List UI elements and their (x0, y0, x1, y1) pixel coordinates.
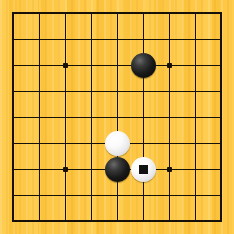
intersection-4-2[interactable] (78, 26, 104, 52)
intersection-7-8[interactable] (156, 182, 182, 208)
intersection-2-5[interactable] (26, 104, 52, 130)
intersection-5-2[interactable] (104, 26, 130, 52)
intersection-8-2[interactable] (182, 26, 208, 52)
intersection-1-6[interactable] (0, 130, 26, 156)
intersection-2-3[interactable] (26, 52, 52, 78)
intersection-3-1[interactable] (52, 0, 78, 26)
intersection-2-7[interactable] (26, 156, 52, 182)
intersection-5-3[interactable] (104, 52, 130, 78)
intersection-6-4[interactable] (130, 78, 156, 104)
intersection-5-5[interactable] (104, 104, 130, 130)
intersection-1-3[interactable] (0, 52, 26, 78)
intersection-9-7[interactable] (208, 156, 234, 182)
intersection-3-9[interactable] (52, 208, 78, 234)
intersection-3-3[interactable] (52, 52, 78, 78)
intersection-2-2[interactable] (26, 26, 52, 52)
intersection-2-1[interactable] (26, 0, 52, 26)
intersection-7-6[interactable] (156, 130, 182, 156)
intersection-4-9[interactable] (78, 208, 104, 234)
intersection-8-1[interactable] (182, 0, 208, 26)
intersection-8-9[interactable] (182, 208, 208, 234)
intersection-7-4[interactable] (156, 78, 182, 104)
intersection-9-5[interactable] (208, 104, 234, 130)
intersection-7-9[interactable] (156, 208, 182, 234)
intersection-1-5[interactable] (0, 104, 26, 130)
intersection-1-4[interactable] (0, 78, 26, 104)
intersection-7-2[interactable] (156, 26, 182, 52)
intersection-9-1[interactable] (208, 0, 234, 26)
star-point (63, 63, 68, 68)
intersection-5-9[interactable] (104, 208, 130, 234)
intersection-7-3[interactable] (156, 52, 182, 78)
white-stone (131, 157, 156, 182)
intersection-9-3[interactable] (208, 52, 234, 78)
intersection-4-6[interactable] (78, 130, 104, 156)
intersection-3-8[interactable] (52, 182, 78, 208)
go-board (0, 0, 234, 234)
intersection-8-6[interactable] (182, 130, 208, 156)
intersection-2-9[interactable] (26, 208, 52, 234)
intersection-1-1[interactable] (0, 0, 26, 26)
intersection-4-1[interactable] (78, 0, 104, 26)
last-move-marker (139, 165, 148, 174)
intersection-4-3[interactable] (78, 52, 104, 78)
intersection-6-2[interactable] (130, 26, 156, 52)
intersection-7-5[interactable] (156, 104, 182, 130)
intersection-3-6[interactable] (52, 130, 78, 156)
intersection-4-7[interactable] (78, 156, 104, 182)
board-intersections (0, 0, 234, 234)
intersection-6-5[interactable] (130, 104, 156, 130)
intersection-8-4[interactable] (182, 78, 208, 104)
intersection-6-7[interactable] (130, 156, 156, 182)
intersection-2-4[interactable] (26, 78, 52, 104)
intersection-7-1[interactable] (156, 0, 182, 26)
intersection-1-9[interactable] (0, 208, 26, 234)
intersection-3-2[interactable] (52, 26, 78, 52)
intersection-3-4[interactable] (52, 78, 78, 104)
intersection-5-4[interactable] (104, 78, 130, 104)
black-stone (105, 157, 130, 182)
intersection-6-1[interactable] (130, 0, 156, 26)
intersection-4-4[interactable] (78, 78, 104, 104)
intersection-5-7[interactable] (104, 156, 130, 182)
intersection-5-1[interactable] (104, 0, 130, 26)
intersection-8-5[interactable] (182, 104, 208, 130)
intersection-2-8[interactable] (26, 182, 52, 208)
intersection-7-7[interactable] (156, 156, 182, 182)
intersection-5-8[interactable] (104, 182, 130, 208)
intersection-9-9[interactable] (208, 208, 234, 234)
intersection-6-8[interactable] (130, 182, 156, 208)
intersection-4-8[interactable] (78, 182, 104, 208)
intersection-1-8[interactable] (0, 182, 26, 208)
intersection-9-4[interactable] (208, 78, 234, 104)
intersection-6-3[interactable] (130, 52, 156, 78)
intersection-6-9[interactable] (130, 208, 156, 234)
intersection-3-7[interactable] (52, 156, 78, 182)
intersection-5-6[interactable] (104, 130, 130, 156)
intersection-8-3[interactable] (182, 52, 208, 78)
white-stone (105, 131, 130, 156)
intersection-2-6[interactable] (26, 130, 52, 156)
intersection-6-6[interactable] (130, 130, 156, 156)
intersection-4-5[interactable] (78, 104, 104, 130)
intersection-8-8[interactable] (182, 182, 208, 208)
intersection-1-2[interactable] (0, 26, 26, 52)
intersection-3-5[interactable] (52, 104, 78, 130)
intersection-9-8[interactable] (208, 182, 234, 208)
star-point (167, 167, 172, 172)
intersection-1-7[interactable] (0, 156, 26, 182)
intersection-8-7[interactable] (182, 156, 208, 182)
intersection-9-2[interactable] (208, 26, 234, 52)
intersection-9-6[interactable] (208, 130, 234, 156)
star-point (63, 167, 68, 172)
black-stone (131, 53, 156, 78)
star-point (167, 63, 172, 68)
